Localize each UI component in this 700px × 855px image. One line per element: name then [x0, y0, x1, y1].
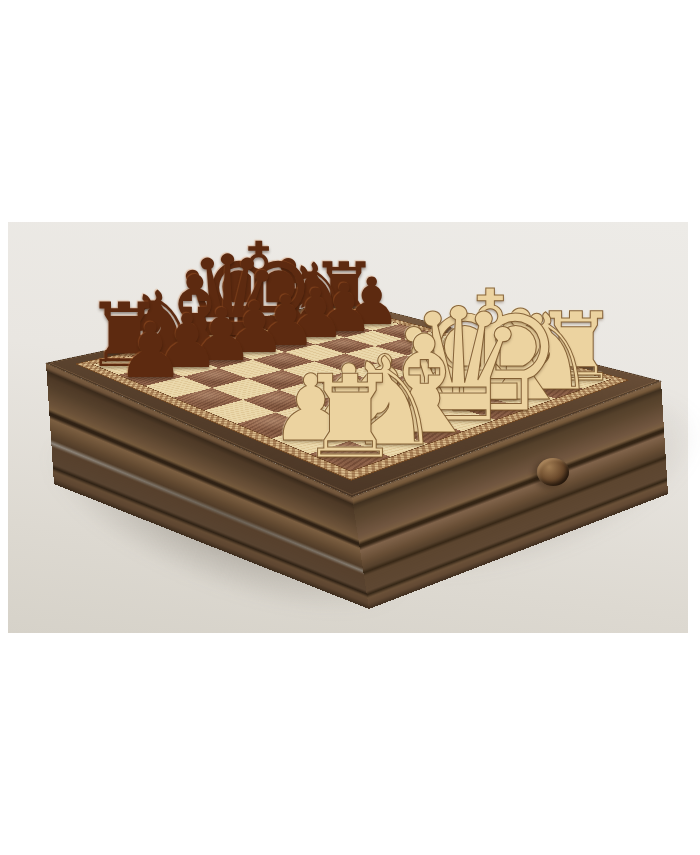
scene: ♜♞♝♛♚♝♞♜♟♟♟♟♟♟♟♟♟♟♟♟♟♟♟♟♜♞♝♛♚♝♞♜	[0, 0, 700, 855]
drawer-knob	[537, 458, 569, 486]
